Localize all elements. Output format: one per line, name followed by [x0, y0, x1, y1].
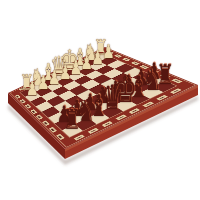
coordinate-plate [88, 128, 99, 134]
plate-mark [174, 80, 179, 82]
plate-mark [77, 136, 82, 139]
coordinate-plate [160, 74, 170, 78]
plate-mark [133, 62, 137, 64]
coordinate-plate [122, 58, 130, 62]
coordinate-plate [107, 51, 114, 54]
coordinate-plate [170, 88, 182, 93]
plate-mark [163, 75, 168, 77]
plate-mark [146, 103, 151, 106]
plate-mark [27, 105, 30, 107]
coordinate-plate [25, 104, 31, 109]
plate-mark [118, 116, 123, 119]
plate-mark [91, 130, 96, 133]
coordinate-plate [129, 108, 140, 114]
plate-mark [109, 52, 112, 53]
coordinate-plate [140, 65, 149, 69]
plate-mark [51, 128, 54, 131]
plate-mark [105, 123, 110, 126]
coordinate-plate [102, 121, 113, 127]
plate-mark [44, 122, 47, 124]
coordinate-plate [171, 78, 182, 83]
coordinate-plate [115, 115, 126, 121]
plate-mark [159, 97, 164, 100]
coordinate-plate [49, 127, 57, 133]
coordinate-plate [36, 115, 43, 120]
plate-mark [38, 116, 41, 118]
chess-set-photo: ♜♞♝♛♚♝♞♜♟♟♟♟♟♟♟♟♟♟♟♟♟♟♟♟♜♞♝♛♚♝♞♜ [0, 0, 200, 200]
coordinate-plate [56, 134, 64, 140]
coordinate-plate [20, 99, 26, 103]
plate-mark [58, 135, 62, 138]
plate-mark [173, 90, 178, 92]
plate-mark [132, 110, 137, 113]
plate-mark [21, 100, 24, 102]
coordinate-plate [150, 69, 160, 73]
coordinate-plate [156, 95, 167, 101]
plate-mark [124, 59, 128, 61]
plate-mark [32, 110, 35, 112]
coordinate-plate [15, 95, 21, 99]
coordinate-plate [42, 121, 49, 126]
plate-mark [152, 70, 156, 72]
plate-mark [116, 55, 119, 56]
plate-mark [142, 66, 146, 68]
plate-mark [17, 96, 19, 98]
coordinate-plate [114, 54, 122, 57]
coordinate-plate [143, 102, 154, 108]
coordinate-plate [74, 135, 85, 141]
